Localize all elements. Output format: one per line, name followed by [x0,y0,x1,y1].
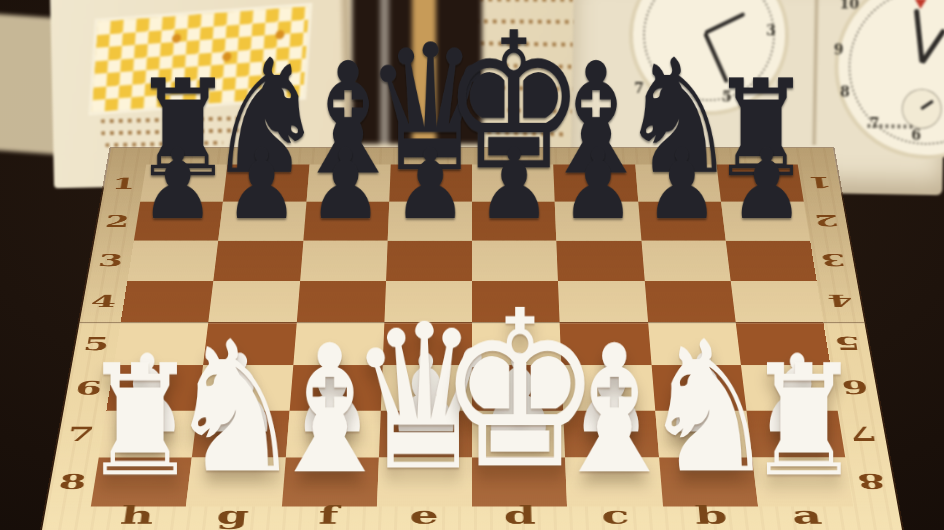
square-h2: ♟ [134,202,223,241]
rank-label-right-3: 3 [810,240,857,280]
diagram-piece-mark [172,34,182,44]
square-a3 [726,240,817,280]
rank-label-right-2: 2 [804,202,850,241]
square-a2: ♟ [721,202,810,241]
square-e2: ♟ [387,202,472,241]
rank-label-left-8: 8 [46,457,98,506]
clock-right-dial [833,0,944,161]
clock-right-dial-numeral-7: 7 [869,115,879,131]
chess-board: ♜♞♝♛♚♝♞♜♟♟♟♟♟♟♟♟♟♟♟♟♟♟♟♟♜♞♝♛♚♝♞♜ 1234567… [42,148,902,530]
clock-dial-divider [811,0,820,145]
rank-label-right-8: 8 [845,457,897,506]
piece-black-pawn: ♟ [140,138,215,231]
piece-black-pawn: ♟ [224,138,299,231]
clock-right-dial-numeral-10: 10 [839,0,859,12]
file-label-a: a [758,503,857,527]
piece-white-bishop: ♝ [547,326,682,494]
piece-black-pawn: ♟ [393,138,468,231]
rank-label-right-6: 6 [830,365,880,410]
file-label-f: f [280,503,377,527]
square-b3 [641,240,730,280]
file-label-b: b [662,503,760,527]
file-label-h: h [88,503,187,527]
piece-black-pawn: ♟ [477,138,552,231]
clock-right-dial-numeral-8: 8 [840,83,850,99]
piece-black-pawn: ♟ [645,138,720,231]
square-d2: ♟ [472,202,557,241]
rank-label-left-7: 7 [55,410,106,457]
rank-label-right-5: 5 [823,322,872,365]
file-label-c: c [567,503,664,527]
square-c8: ♝ [565,457,662,506]
clock-red-flag [914,0,926,9]
square-f8: ♝ [281,457,378,506]
rank-label-right-1: 1 [798,165,843,202]
square-h8: ♜ [91,457,192,506]
square-b2: ♟ [638,202,726,241]
file-label-d: d [472,503,568,527]
piece-white-bishop: ♝ [262,326,397,494]
file-labels-bottom: hgfedcba [87,506,857,530]
square-g2: ♟ [218,202,306,241]
rank-label-right-4: 4 [817,280,865,322]
rank-label-left-1: 1 [101,165,146,202]
clock-right-dial-numeral-6: 6 [911,127,921,143]
piece-black-pawn: ♟ [729,138,804,231]
rank-label-left-3: 3 [87,240,134,280]
piece-black-pawn: ♟ [561,138,636,231]
square-c2: ♟ [555,202,641,241]
file-label-e: e [376,503,472,527]
rank-label-right-7: 7 [838,410,889,457]
square-a8: ♜ [752,457,853,506]
clock-left-dial-numeral-3: 3 [766,22,776,38]
file-label-g: g [184,503,282,527]
board-grid: ♜♞♝♛♚♝♞♜♟♟♟♟♟♟♟♟♟♟♟♟♟♟♟♟♜♞♝♛♚♝♞♜ [91,165,853,507]
rank-label-left-4: 4 [80,280,128,322]
square-f2: ♟ [303,202,389,241]
photo-scene: 109876753 ♜♞♝♛♚♝♞♜♟♟♟♟♟♟♟♟♟♟♟♟♟♟♟♟♜♞♝♛♚♝… [0,0,944,530]
rank-label-left-6: 6 [64,365,114,410]
square-g3 [214,240,303,280]
clock-right-dial-numeral-9: 9 [834,41,844,57]
rank-label-left-2: 2 [94,202,140,241]
piece-black-pawn: ♟ [309,138,384,231]
rank-label-left-5: 5 [72,322,121,365]
square-h3 [127,240,218,280]
square-f3 [300,240,388,280]
